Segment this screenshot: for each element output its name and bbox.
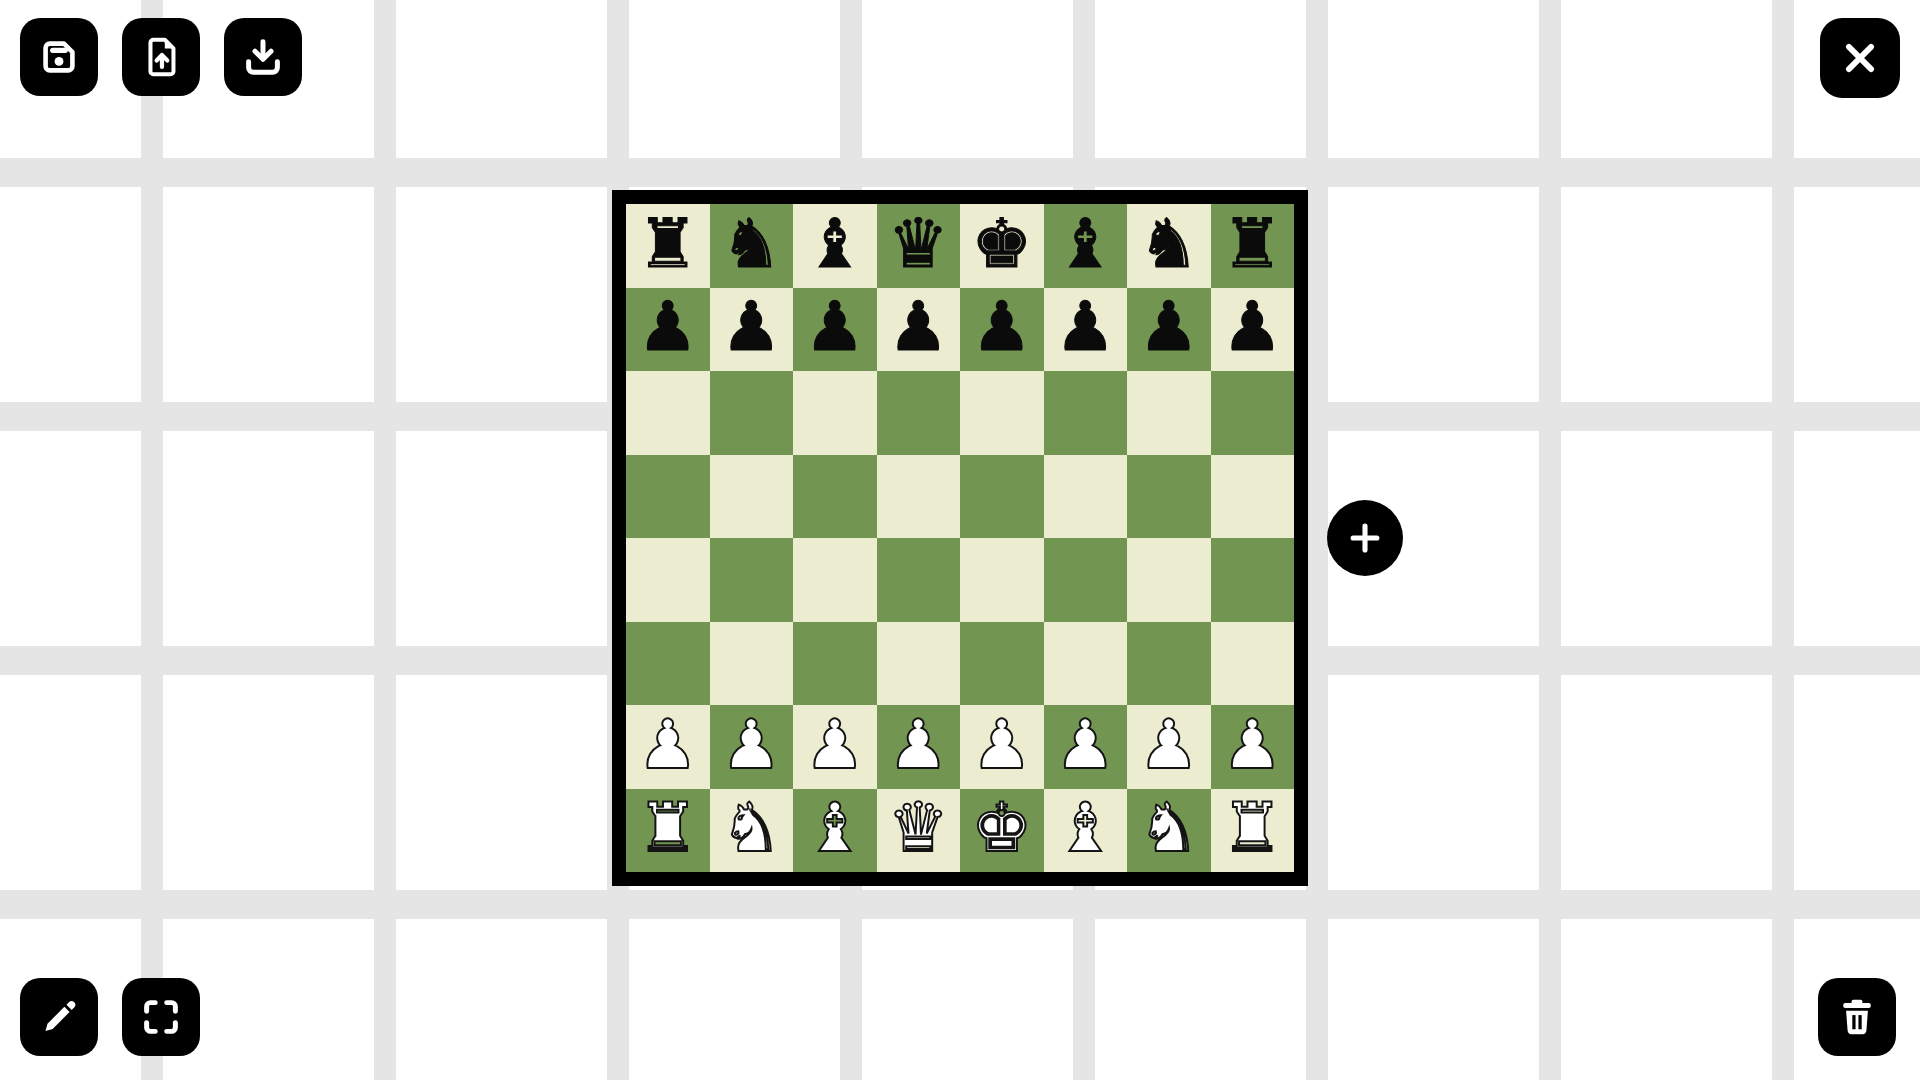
square-h7[interactable]: ♟ [1211, 288, 1295, 372]
piece-black-pawn[interactable]: ♟ [1222, 293, 1283, 361]
square-f1[interactable]: ♝ [1044, 789, 1128, 873]
piece-white-rook[interactable]: ♜ [637, 794, 698, 862]
piece-black-pawn[interactable]: ♟ [971, 293, 1032, 361]
piece-white-bishop[interactable]: ♝ [1055, 794, 1116, 862]
piece-black-pawn[interactable]: ♟ [1138, 293, 1199, 361]
square-b3[interactable] [710, 622, 794, 706]
upload-button[interactable] [122, 18, 200, 96]
piece-white-pawn[interactable]: ♟ [888, 711, 949, 779]
piece-black-rook[interactable]: ♜ [637, 210, 698, 278]
piece-white-rook[interactable]: ♜ [1222, 794, 1283, 862]
square-b7[interactable]: ♟ [710, 288, 794, 372]
square-b2[interactable]: ♟ [710, 705, 794, 789]
square-h5[interactable] [1211, 455, 1295, 539]
piece-black-bishop[interactable]: ♝ [1055, 210, 1116, 278]
square-h6[interactable] [1211, 371, 1295, 455]
square-g8[interactable]: ♞ [1127, 204, 1211, 288]
piece-black-king[interactable]: ♚ [971, 210, 1032, 278]
square-h2[interactable]: ♟ [1211, 705, 1295, 789]
save-button[interactable] [20, 18, 98, 96]
piece-white-knight[interactable]: ♞ [721, 794, 782, 862]
piece-black-pawn[interactable]: ♟ [1055, 293, 1116, 361]
square-d8[interactable]: ♛ [877, 204, 961, 288]
square-b4[interactable] [710, 538, 794, 622]
piece-white-pawn[interactable]: ♟ [971, 711, 1032, 779]
square-b6[interactable] [710, 371, 794, 455]
square-f2[interactable]: ♟ [1044, 705, 1128, 789]
square-g1[interactable]: ♞ [1127, 789, 1211, 873]
piece-white-pawn[interactable]: ♟ [1055, 711, 1116, 779]
square-d7[interactable]: ♟ [877, 288, 961, 372]
square-e4[interactable] [960, 538, 1044, 622]
plus-circle-icon [1344, 517, 1386, 559]
square-a1[interactable]: ♜ [626, 789, 710, 873]
piece-black-queen[interactable]: ♛ [888, 210, 949, 278]
square-b8[interactable]: ♞ [710, 204, 794, 288]
piece-white-queen[interactable]: ♛ [888, 794, 949, 862]
trash-icon [1834, 994, 1880, 1040]
square-a5[interactable] [626, 455, 710, 539]
piece-white-pawn[interactable]: ♟ [1222, 711, 1283, 779]
piece-black-pawn[interactable]: ♟ [721, 293, 782, 361]
square-d1[interactable]: ♛ [877, 789, 961, 873]
piece-white-bishop[interactable]: ♝ [804, 794, 865, 862]
square-d5[interactable] [877, 455, 961, 539]
square-h3[interactable] [1211, 622, 1295, 706]
square-f6[interactable] [1044, 371, 1128, 455]
square-a7[interactable]: ♟ [626, 288, 710, 372]
piece-black-knight[interactable]: ♞ [721, 210, 782, 278]
square-f5[interactable] [1044, 455, 1128, 539]
fullscreen-button[interactable] [122, 978, 200, 1056]
close-button[interactable] [1820, 18, 1900, 98]
square-c8[interactable]: ♝ [793, 204, 877, 288]
square-c1[interactable]: ♝ [793, 789, 877, 873]
square-e5[interactable] [960, 455, 1044, 539]
square-f8[interactable]: ♝ [1044, 204, 1128, 288]
square-d2[interactable]: ♟ [877, 705, 961, 789]
file-upload-icon [138, 34, 184, 80]
add-button[interactable] [1327, 500, 1403, 576]
square-e2[interactable]: ♟ [960, 705, 1044, 789]
square-f4[interactable] [1044, 538, 1128, 622]
square-h8[interactable]: ♜ [1211, 204, 1295, 288]
edit-button[interactable] [20, 978, 98, 1056]
square-g6[interactable] [1127, 371, 1211, 455]
piece-white-king[interactable]: ♚ [971, 794, 1032, 862]
piece-black-pawn[interactable]: ♟ [888, 293, 949, 361]
square-c6[interactable] [793, 371, 877, 455]
piece-white-knight[interactable]: ♞ [1138, 794, 1199, 862]
square-e3[interactable] [960, 622, 1044, 706]
download-button[interactable] [224, 18, 302, 96]
chess-board: ♜♞♝♛♚♝♞♜♟♟♟♟♟♟♟♟♟♟♟♟♟♟♟♟♜♞♝♛♚♝♞♜ [612, 190, 1308, 886]
square-h4[interactable] [1211, 538, 1295, 622]
canvas: ♜♞♝♛♚♝♞♜♟♟♟♟♟♟♟♟♟♟♟♟♟♟♟♟♜♞♝♛♚♝♞♜ [0, 0, 1920, 1080]
square-e7[interactable]: ♟ [960, 288, 1044, 372]
square-a3[interactable] [626, 622, 710, 706]
square-e1[interactable]: ♚ [960, 789, 1044, 873]
square-e6[interactable] [960, 371, 1044, 455]
square-c2[interactable]: ♟ [793, 705, 877, 789]
square-g7[interactable]: ♟ [1127, 288, 1211, 372]
piece-white-pawn[interactable]: ♟ [1138, 711, 1199, 779]
download-tray-icon [240, 34, 286, 80]
square-g2[interactable]: ♟ [1127, 705, 1211, 789]
pencil-icon [36, 994, 82, 1040]
square-b1[interactable]: ♞ [710, 789, 794, 873]
square-a6[interactable] [626, 371, 710, 455]
square-c7[interactable]: ♟ [793, 288, 877, 372]
x-icon [1837, 35, 1883, 81]
square-d3[interactable] [877, 622, 961, 706]
square-a4[interactable] [626, 538, 710, 622]
piece-black-bishop[interactable]: ♝ [804, 210, 865, 278]
square-c5[interactable] [793, 455, 877, 539]
square-d4[interactable] [877, 538, 961, 622]
piece-black-rook[interactable]: ♜ [1222, 210, 1283, 278]
square-g5[interactable] [1127, 455, 1211, 539]
square-c4[interactable] [793, 538, 877, 622]
piece-white-pawn[interactable]: ♟ [637, 711, 698, 779]
square-c3[interactable] [793, 622, 877, 706]
square-a2[interactable]: ♟ [626, 705, 710, 789]
piece-black-pawn[interactable]: ♟ [637, 293, 698, 361]
piece-white-pawn[interactable]: ♟ [721, 711, 782, 779]
square-f3[interactable] [1044, 622, 1128, 706]
piece-black-pawn[interactable]: ♟ [804, 293, 865, 361]
square-g4[interactable] [1127, 538, 1211, 622]
square-a8[interactable]: ♜ [626, 204, 710, 288]
square-f7[interactable]: ♟ [1044, 288, 1128, 372]
square-h1[interactable]: ♜ [1211, 789, 1295, 873]
piece-black-knight[interactable]: ♞ [1138, 210, 1199, 278]
piece-white-pawn[interactable]: ♟ [804, 711, 865, 779]
square-e8[interactable]: ♚ [960, 204, 1044, 288]
fullscreen-brackets-icon [138, 994, 184, 1040]
square-d6[interactable] [877, 371, 961, 455]
square-b5[interactable] [710, 455, 794, 539]
floppy-disk-icon [36, 34, 82, 80]
square-g3[interactable] [1127, 622, 1211, 706]
delete-button[interactable] [1818, 978, 1896, 1056]
